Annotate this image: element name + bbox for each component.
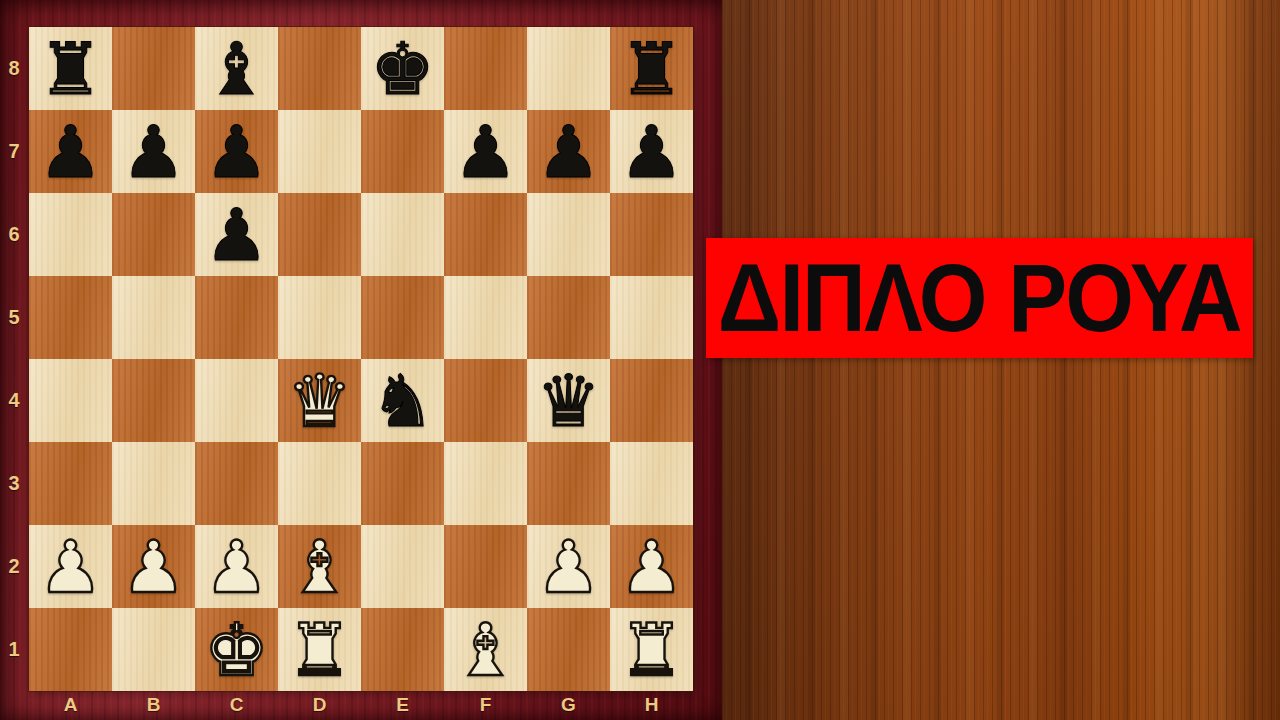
- square-d4: ♛: [278, 359, 361, 442]
- square-b2: ♟: [112, 525, 195, 608]
- black-pawn-b7: ♟: [112, 110, 195, 193]
- square-e1: [361, 608, 444, 691]
- white-pawn-g2: ♟: [527, 525, 610, 608]
- square-d5: [278, 276, 361, 359]
- square-c6: ♟: [195, 193, 278, 276]
- chess-board: ♜♝♚♜♟♟♟♟♟♟♟♛♞♛♟♟♟♝♟♟♚♜♝♜: [29, 27, 693, 691]
- square-g1: [527, 608, 610, 691]
- black-pawn-a7: ♟: [29, 110, 112, 193]
- white-king-c1: ♚: [195, 608, 278, 691]
- wood-panel: [722, 0, 1280, 720]
- black-bishop-c8: ♝: [195, 27, 278, 110]
- banner-text: ΔΙΠΛΟ ΡΟΥΑ: [718, 243, 1241, 353]
- square-c3: [195, 442, 278, 525]
- file-label-c: C: [195, 691, 278, 720]
- square-e4: ♞: [361, 359, 444, 442]
- square-b4: [112, 359, 195, 442]
- rank-label-1: 1: [0, 608, 28, 691]
- square-h6: [610, 193, 693, 276]
- square-h7: ♟: [610, 110, 693, 193]
- black-pawn-h7: ♟: [610, 110, 693, 193]
- square-d7: [278, 110, 361, 193]
- title-banner: ΔΙΠΛΟ ΡΟΥΑ: [706, 238, 1253, 358]
- square-b3: [112, 442, 195, 525]
- square-a2: ♟: [29, 525, 112, 608]
- white-pawn-h2: ♟: [610, 525, 693, 608]
- file-labels: ABCDEFGH: [29, 691, 693, 720]
- black-pawn-f7: ♟: [444, 110, 527, 193]
- square-c1: ♚: [195, 608, 278, 691]
- square-g4: ♛: [527, 359, 610, 442]
- square-g7: ♟: [527, 110, 610, 193]
- black-knight-e4: ♞: [361, 359, 444, 442]
- rank-label-5: 5: [0, 276, 28, 359]
- square-d2: ♝: [278, 525, 361, 608]
- black-rook-a8: ♜: [29, 27, 112, 110]
- square-g5: [527, 276, 610, 359]
- black-king-e8: ♚: [361, 27, 444, 110]
- file-label-h: H: [610, 691, 693, 720]
- square-b1: [112, 608, 195, 691]
- square-c8: ♝: [195, 27, 278, 110]
- white-pawn-a2: ♟: [29, 525, 112, 608]
- square-f6: [444, 193, 527, 276]
- square-b8: [112, 27, 195, 110]
- white-pawn-c2: ♟: [195, 525, 278, 608]
- square-e5: [361, 276, 444, 359]
- square-d6: [278, 193, 361, 276]
- square-f8: [444, 27, 527, 110]
- square-f1: ♝: [444, 608, 527, 691]
- square-a3: [29, 442, 112, 525]
- file-label-b: B: [112, 691, 195, 720]
- rank-label-2: 2: [0, 525, 28, 608]
- square-f5: [444, 276, 527, 359]
- square-b5: [112, 276, 195, 359]
- white-bishop-f1: ♝: [444, 608, 527, 691]
- square-g2: ♟: [527, 525, 610, 608]
- square-h5: [610, 276, 693, 359]
- square-a8: ♜: [29, 27, 112, 110]
- square-e8: ♚: [361, 27, 444, 110]
- black-pawn-g7: ♟: [527, 110, 610, 193]
- rank-label-4: 4: [0, 359, 28, 442]
- file-label-a: A: [29, 691, 112, 720]
- white-rook-d1: ♜: [278, 608, 361, 691]
- white-queen-d4: ♛: [278, 359, 361, 442]
- square-f3: [444, 442, 527, 525]
- rank-label-8: 8: [0, 27, 28, 110]
- white-bishop-d2: ♝: [278, 525, 361, 608]
- square-e2: [361, 525, 444, 608]
- square-g6: [527, 193, 610, 276]
- square-c2: ♟: [195, 525, 278, 608]
- square-a1: [29, 608, 112, 691]
- square-a7: ♟: [29, 110, 112, 193]
- black-queen-g4: ♛: [527, 359, 610, 442]
- square-e6: [361, 193, 444, 276]
- square-b7: ♟: [112, 110, 195, 193]
- square-a4: [29, 359, 112, 442]
- square-c7: ♟: [195, 110, 278, 193]
- black-rook-h8: ♜: [610, 27, 693, 110]
- square-h4: [610, 359, 693, 442]
- square-e7: [361, 110, 444, 193]
- square-a5: [29, 276, 112, 359]
- file-label-e: E: [361, 691, 444, 720]
- square-a6: [29, 193, 112, 276]
- square-c4: [195, 359, 278, 442]
- file-label-f: F: [444, 691, 527, 720]
- square-d3: [278, 442, 361, 525]
- white-rook-h1: ♜: [610, 608, 693, 691]
- square-d8: [278, 27, 361, 110]
- rank-label-6: 6: [0, 193, 28, 276]
- scene: 87654321 ♜♝♚♜♟♟♟♟♟♟♟♛♞♛♟♟♟♝♟♟♚♜♝♜ ABCDEF…: [0, 0, 1280, 720]
- square-f2: [444, 525, 527, 608]
- black-pawn-c6: ♟: [195, 193, 278, 276]
- rank-labels: 87654321: [0, 27, 28, 691]
- rank-label-7: 7: [0, 110, 28, 193]
- square-e3: [361, 442, 444, 525]
- white-pawn-b2: ♟: [112, 525, 195, 608]
- square-g3: [527, 442, 610, 525]
- square-h3: [610, 442, 693, 525]
- square-h8: ♜: [610, 27, 693, 110]
- square-c5: [195, 276, 278, 359]
- square-b6: [112, 193, 195, 276]
- square-g8: [527, 27, 610, 110]
- file-label-g: G: [527, 691, 610, 720]
- rank-label-3: 3: [0, 442, 28, 525]
- black-pawn-c7: ♟: [195, 110, 278, 193]
- square-h1: ♜: [610, 608, 693, 691]
- square-f7: ♟: [444, 110, 527, 193]
- square-d1: ♜: [278, 608, 361, 691]
- square-h2: ♟: [610, 525, 693, 608]
- square-f4: [444, 359, 527, 442]
- file-label-d: D: [278, 691, 361, 720]
